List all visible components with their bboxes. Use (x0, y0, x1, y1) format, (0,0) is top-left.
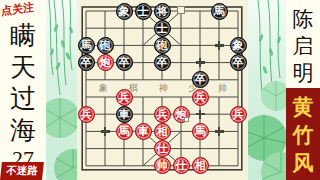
piece-馬-black: 馬 (211, 3, 228, 20)
river-char: 神 (159, 81, 168, 95)
title-char: 瞒 (0, 20, 46, 52)
point-marker-icon (215, 127, 224, 136)
piece-砲-black: 砲 (154, 37, 171, 54)
piece-車-red: 車 (135, 123, 152, 140)
right-panel: 陈启明 黄竹风 (286, 0, 320, 180)
piece-仕-red: 仕 (173, 157, 190, 174)
player-name-red: 黄竹风 (286, 93, 320, 177)
last-move-from-marker (177, 6, 185, 14)
title-char: 天 (0, 52, 46, 84)
series-title: 瞒 天 过 海 27 (0, 20, 46, 172)
last-move-to-marker (184, 117, 189, 122)
piece-相-red: 相 (192, 157, 209, 174)
follow-label: 点关注 (1, 0, 46, 19)
piece-相-red: 相 (154, 123, 171, 140)
piece-士-black: 士 (154, 20, 171, 37)
piece-馬-red: 馬 (116, 123, 133, 140)
lotus-leaves-icon (248, 0, 286, 180)
river-char: 帅 (218, 81, 227, 95)
point-marker-icon (196, 110, 205, 119)
piece-卒-black: 卒 (116, 54, 133, 71)
willow-art-left (46, 0, 77, 180)
piece-馬-black: 馬 (78, 37, 95, 54)
point-marker-icon (101, 127, 110, 136)
river-char: 象 (99, 81, 108, 95)
piece-将-black: 将 (154, 3, 171, 20)
piece-兵-red: 兵 (230, 106, 247, 123)
piece-帅-red: 帅 (154, 157, 171, 174)
piece-車-black: 車 (116, 106, 133, 123)
point-marker-icon (215, 41, 224, 50)
player-name-black: 陈启明 (286, 6, 320, 87)
follow-footer: 不迷路 (0, 162, 44, 180)
piece-卒-black: 卒 (192, 71, 209, 88)
xiangqi-board: 象 棋 神 少 帅 象士将馬士馬砲砲象卒卒卒卒卒車炮兵兵兵兵炮兵馬車相馬仕帅仕相 (77, 0, 248, 180)
piece-卒-black: 卒 (154, 54, 171, 71)
piece-象-black: 象 (116, 3, 133, 20)
willow-branches-icon (46, 0, 77, 180)
piece-馬-red: 馬 (192, 123, 209, 140)
player-name-red-box: 黄竹风 (286, 88, 320, 180)
piece-兵-red: 兵 (192, 89, 209, 106)
title-char: 过 (0, 83, 46, 115)
point-marker-icon (196, 58, 205, 67)
title-char: 海 (0, 115, 46, 147)
video-thumbnail: 点关注 瞒 天 过 海 27 不迷路 (0, 0, 320, 180)
piece-砲-black: 砲 (97, 37, 114, 54)
piece-兵-red: 兵 (78, 106, 95, 123)
piece-卒-black: 卒 (78, 54, 95, 71)
piece-卒-black: 卒 (230, 54, 247, 71)
piece-兵-red: 兵 (154, 106, 171, 123)
piece-兵-red: 兵 (116, 89, 133, 106)
piece-炮-red: 炮 (97, 54, 114, 71)
piece-士-black: 士 (135, 3, 152, 20)
left-panel: 点关注 瞒 天 过 海 27 不迷路 (0, 0, 46, 180)
lotus-art-right (248, 0, 288, 180)
piece-象-black: 象 (230, 37, 247, 54)
piece-仕-red: 仕 (154, 140, 171, 157)
